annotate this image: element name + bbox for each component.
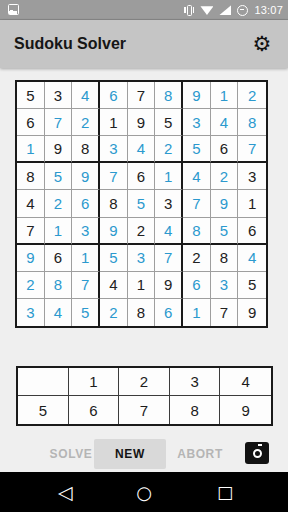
cell-digit: 4 [137,141,145,156]
cell-digit: 8 [164,88,172,103]
sudoku-cell-r2c5[interactable]: 9 [128,109,156,136]
cell-digit: 8 [54,277,62,292]
sudoku-cell-r4c7[interactable]: 4 [183,163,211,190]
cell-digit: 5 [164,115,172,130]
sudoku-cell-r3c8[interactable]: 6 [211,136,239,163]
picker-cell-3[interactable]: 3 [170,368,221,396]
sudoku-cell-r9c8[interactable]: 7 [211,299,239,326]
new-button[interactable]: NEW [94,439,166,469]
cell-digit: 2 [137,223,145,238]
sudoku-cell-r7c7[interactable]: 2 [183,245,211,272]
cell-digit: 7 [220,305,228,320]
cell-digit: 5 [192,141,200,156]
cell-digit: 6 [192,277,200,292]
picker-cell-clear[interactable] [18,368,69,396]
nav-back-button[interactable]: ◁ [50,472,80,512]
cell-digit: 1 [164,169,172,184]
cell-digit: 1 [81,250,89,265]
sudoku-cell-r8c1[interactable]: 2 [17,272,45,299]
sudoku-cell-r1c3[interactable]: 4 [72,82,100,109]
sudoku-cell-r3c6[interactable]: 2 [155,136,183,163]
cell-digit: 5 [220,223,228,238]
action-bar: SOLVE NEW ABORT [0,435,288,472]
cell-digit: 2 [26,277,34,292]
sudoku-cell-r8c7[interactable]: 6 [183,272,211,299]
cell-digit: 6 [54,250,62,265]
cell-digit: 6 [137,169,145,184]
cell-digit: 7 [54,115,62,130]
sudoku-cell-r9c5[interactable]: 8 [128,299,156,326]
sudoku-cell-r3c1[interactable]: 1 [17,136,45,163]
sudoku-cell-r4c6[interactable]: 1 [155,163,183,190]
cell-digit: 9 [54,141,62,156]
cell-digit: 2 [192,250,200,265]
sudoku-cell-r8c5[interactable]: 1 [128,272,156,299]
sudoku-cell-r8c4[interactable]: 4 [100,272,128,299]
sudoku-cell-r5c1[interactable]: 4 [17,190,45,217]
sudoku-cell-r3c7[interactable]: 5 [183,136,211,163]
cell-digit: 7 [248,141,256,156]
sudoku-cell-r3c2[interactable]: 9 [45,136,73,163]
sudoku-cell-r7c4[interactable]: 5 [100,245,128,272]
cell-digit: 5 [109,250,117,265]
cell-digit: 5 [81,305,89,320]
cell-digit: 9 [192,88,200,103]
cell-digit: 1 [137,277,145,292]
status-bar: 13:07 [0,0,288,20]
picker-cell-4[interactable]: 4 [220,368,271,396]
sudoku-cell-r1c6[interactable]: 8 [155,82,183,109]
cell-digit: 4 [248,250,256,265]
sudoku-cell-r5c3[interactable]: 6 [72,190,100,217]
cell-digit: 3 [220,277,228,292]
navigation-bar: ◁ ○ □ [0,472,288,512]
cell-digit: 9 [220,196,228,211]
cell-digit: 7 [164,250,172,265]
cell-digit: 9 [248,305,256,320]
sudoku-cell-r2c3[interactable]: 2 [72,109,100,136]
picker-cell-2[interactable]: 2 [119,368,170,396]
sudoku-cell-r6c7[interactable]: 8 [183,218,211,245]
gear-icon: ⚙ [253,34,272,55]
sudoku-cell-r2c1[interactable]: 6 [17,109,45,136]
cell-digit: 3 [164,196,172,211]
cell-digit: 6 [248,223,256,238]
cell-digit: 7 [26,223,34,238]
cell-digit: 8 [248,115,256,130]
cell-digit: 2 [164,141,172,156]
sudoku-cell-r8c3[interactable]: 7 [72,272,100,299]
sudoku-cell-r4c8[interactable]: 2 [211,163,239,190]
cell-digit: 4 [81,88,89,103]
sudoku-cell-r6c6[interactable]: 4 [155,218,183,245]
sudoku-cell-r6c9[interactable]: 6 [238,218,266,245]
cell-digit: 4 [164,223,172,238]
cell-digit: 3 [26,305,34,320]
sudoku-cell-r8c8[interactable]: 3 [211,272,239,299]
battery-circle-icon [237,5,248,16]
cell-digit: 4 [54,305,62,320]
sudoku-cell-r7c5[interactable]: 3 [128,245,156,272]
sudoku-cell-r8c6[interactable]: 9 [155,272,183,299]
sudoku-cell-r9c3[interactable]: 5 [72,299,100,326]
sudoku-cell-r9c6[interactable]: 6 [155,299,183,326]
sudoku-cell-r5c6[interactable]: 3 [155,190,183,217]
sudoku-cell-r6c8[interactable]: 5 [211,218,239,245]
cell-digit: 8 [220,250,228,265]
app-bar: Sudoku Solver ⚙ [0,20,288,68]
picker-cell-5[interactable]: 5 [18,396,69,424]
picker-cell-8[interactable]: 8 [170,396,221,424]
sudoku-cell-r9c1[interactable]: 3 [17,299,45,326]
sudoku-cell-r5c9[interactable]: 1 [238,190,266,217]
picker-cell-9[interactable]: 9 [220,396,271,424]
sudoku-cell-r7c8[interactable]: 8 [211,245,239,272]
cell-digit: 8 [81,141,89,156]
sudoku-cell-r6c4[interactable]: 9 [100,218,128,245]
sudoku-cell-r4c2[interactable]: 5 [45,163,73,190]
cell-digit: 1 [220,88,228,103]
cell-digit: 1 [54,223,62,238]
sudoku-cell-r9c4[interactable]: 2 [100,299,128,326]
screenshot-icon [8,4,19,15]
cell-digit: 2 [248,88,256,103]
sudoku-cell-r6c2[interactable]: 1 [45,218,73,245]
vibrate-icon [184,5,194,16]
sudoku-cell-r1c5[interactable]: 7 [128,82,156,109]
cell-digit: 9 [164,277,172,292]
cell-digit: 1 [26,141,34,156]
sudoku-cell-r5c5[interactable]: 5 [128,190,156,217]
cell-digit: 8 [137,305,145,320]
cell-digit: 8 [26,169,34,184]
cell-digit: 2 [109,305,117,320]
sudoku-cell-r1c2[interactable]: 3 [45,82,73,109]
sudoku-cell-r3c5[interactable]: 4 [128,136,156,163]
sudoku-cell-r6c1[interactable]: 7 [17,218,45,245]
sudoku-cell-r1c4[interactable]: 6 [100,82,128,109]
sudoku-cell-r6c5[interactable]: 2 [128,218,156,245]
cell-digit: 6 [164,305,172,320]
sudoku-cell-r5c2[interactable]: 2 [45,190,73,217]
sudoku-cell-r2c6[interactable]: 5 [155,109,183,136]
cell-digit: 5 [248,277,256,292]
cell-digit: 8 [109,196,117,211]
sudoku-cell-r4c1[interactable]: 8 [17,163,45,190]
cell-digit: 7 [81,277,89,292]
cell-digit: 3 [248,169,256,184]
sudoku-cell-r2c9[interactable]: 8 [238,109,266,136]
cell-digit: 3 [109,141,117,156]
sudoku-cell-r2c4[interactable]: 1 [100,109,128,136]
picker-cell-6[interactable]: 6 [69,396,120,424]
sudoku-cell-r2c2[interactable]: 7 [45,109,73,136]
sudoku-cell-r1c8[interactable]: 1 [211,82,239,109]
sudoku-cell-r9c7[interactable]: 1 [183,299,211,326]
sudoku-cell-r4c4[interactable]: 7 [100,163,128,190]
cell-digit: 7 [192,196,200,211]
phone-screen: 13:07 Sudoku Solver ⚙ 534678912672195348… [0,0,288,512]
number-picker: 123456789 [16,366,273,426]
cell-digit: 1 [192,305,200,320]
cell-digit: 9 [81,169,89,184]
cell-digit: 7 [109,169,117,184]
cell-digit: 4 [220,115,228,130]
sudoku-cell-r4c9[interactable]: 3 [238,163,266,190]
sudoku-cell-r5c7[interactable]: 7 [183,190,211,217]
sudoku-cell-r8c9[interactable]: 5 [238,272,266,299]
status-icons: 13:07 [184,0,283,20]
cell-digit: 1 [109,115,117,130]
sudoku-cell-r1c1[interactable]: 5 [17,82,45,109]
sudoku-cell-r5c8[interactable]: 9 [211,190,239,217]
sudoku-board: 5346789126721953481983425678597614234268… [15,80,268,328]
sudoku-cell-r4c3[interactable]: 9 [72,163,100,190]
cell-digit: 2 [54,196,62,211]
picker-cell-7[interactable]: 7 [119,396,170,424]
cell-digit: 5 [26,88,34,103]
sudoku-cell-r3c9[interactable]: 7 [238,136,266,163]
sudoku-cell-r1c7[interactable]: 9 [183,82,211,109]
sudoku-cell-r3c3[interactable]: 8 [72,136,100,163]
nav-home-button[interactable]: ○ [129,472,159,512]
sudoku-cell-r7c9[interactable]: 4 [238,245,266,272]
nav-recents-button[interactable]: □ [210,472,240,512]
cell-digit: 1 [248,196,256,211]
sudoku-cell-r3c4[interactable]: 3 [100,136,128,163]
sudoku-cell-r9c9[interactable]: 9 [238,299,266,326]
signal-icon [219,5,231,15]
cell-digit: 4 [26,196,34,211]
sudoku-cell-r5c4[interactable]: 8 [100,190,128,217]
cell-digit: 6 [220,141,228,156]
cell-digit: 3 [192,115,200,130]
wifi-icon [200,5,213,15]
cell-digit: 8 [192,223,200,238]
settings-button[interactable]: ⚙ [244,20,280,68]
camera-icon [253,449,262,458]
sudoku-cell-r8c2[interactable]: 8 [45,272,73,299]
cell-digit: 3 [81,223,89,238]
status-time: 13:07 [254,4,283,16]
sudoku-cell-r7c6[interactable]: 7 [155,245,183,272]
sudoku-cell-r6c3[interactable]: 3 [72,218,100,245]
cell-digit: 9 [26,250,34,265]
cell-digit: 4 [109,277,117,292]
abort-button[interactable]: ABORT [163,439,237,469]
sudoku-cell-r7c2[interactable]: 6 [45,245,73,272]
sudoku-cell-r2c7[interactable]: 3 [183,109,211,136]
cell-digit: 5 [137,196,145,211]
sudoku-cell-r4c5[interactable]: 6 [128,163,156,190]
cell-digit: 2 [220,169,228,184]
cell-digit: 4 [192,169,200,184]
cell-digit: 6 [81,196,89,211]
cell-digit: 9 [137,115,145,130]
sudoku-cell-r7c3[interactable]: 1 [72,245,100,272]
camera-button[interactable] [245,442,269,464]
cell-digit: 3 [54,88,62,103]
sudoku-cell-r7c1[interactable]: 9 [17,245,45,272]
cell-digit: 3 [137,250,145,265]
cell-digit: 7 [137,88,145,103]
sudoku-cell-r1c9[interactable]: 2 [238,82,266,109]
cell-digit: 2 [81,115,89,130]
cell-digit: 9 [109,223,117,238]
cell-digit: 6 [109,88,117,103]
picker-cell-1[interactable]: 1 [69,368,120,396]
sudoku-cell-r2c8[interactable]: 4 [211,109,239,136]
app-title: Sudoku Solver [14,35,126,53]
sudoku-cell-r9c2[interactable]: 4 [45,299,73,326]
cell-digit: 6 [26,115,34,130]
cell-digit: 5 [54,169,62,184]
